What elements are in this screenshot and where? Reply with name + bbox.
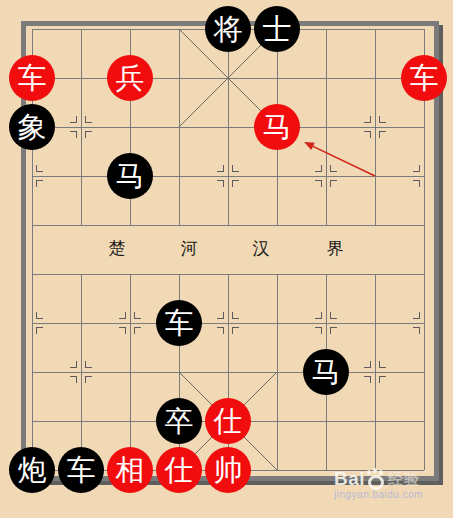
arrow-shaft <box>313 146 375 176</box>
watermark-suffix: 经验 <box>388 470 420 489</box>
arrow-head <box>304 142 315 150</box>
xiangqi-board: 楚河汉界 将士车兵车象马马车马卒仕炮车相仕帅 Bai 经验 jingyan.ba… <box>0 0 453 518</box>
watermark: Bai 经验 jingyan.baidu.com <box>334 470 423 500</box>
baidu-paw-icon <box>366 470 386 488</box>
move-arrow <box>0 0 453 518</box>
watermark-url: jingyan.baidu.com <box>334 489 423 500</box>
watermark-brand: Bai <box>334 468 365 490</box>
